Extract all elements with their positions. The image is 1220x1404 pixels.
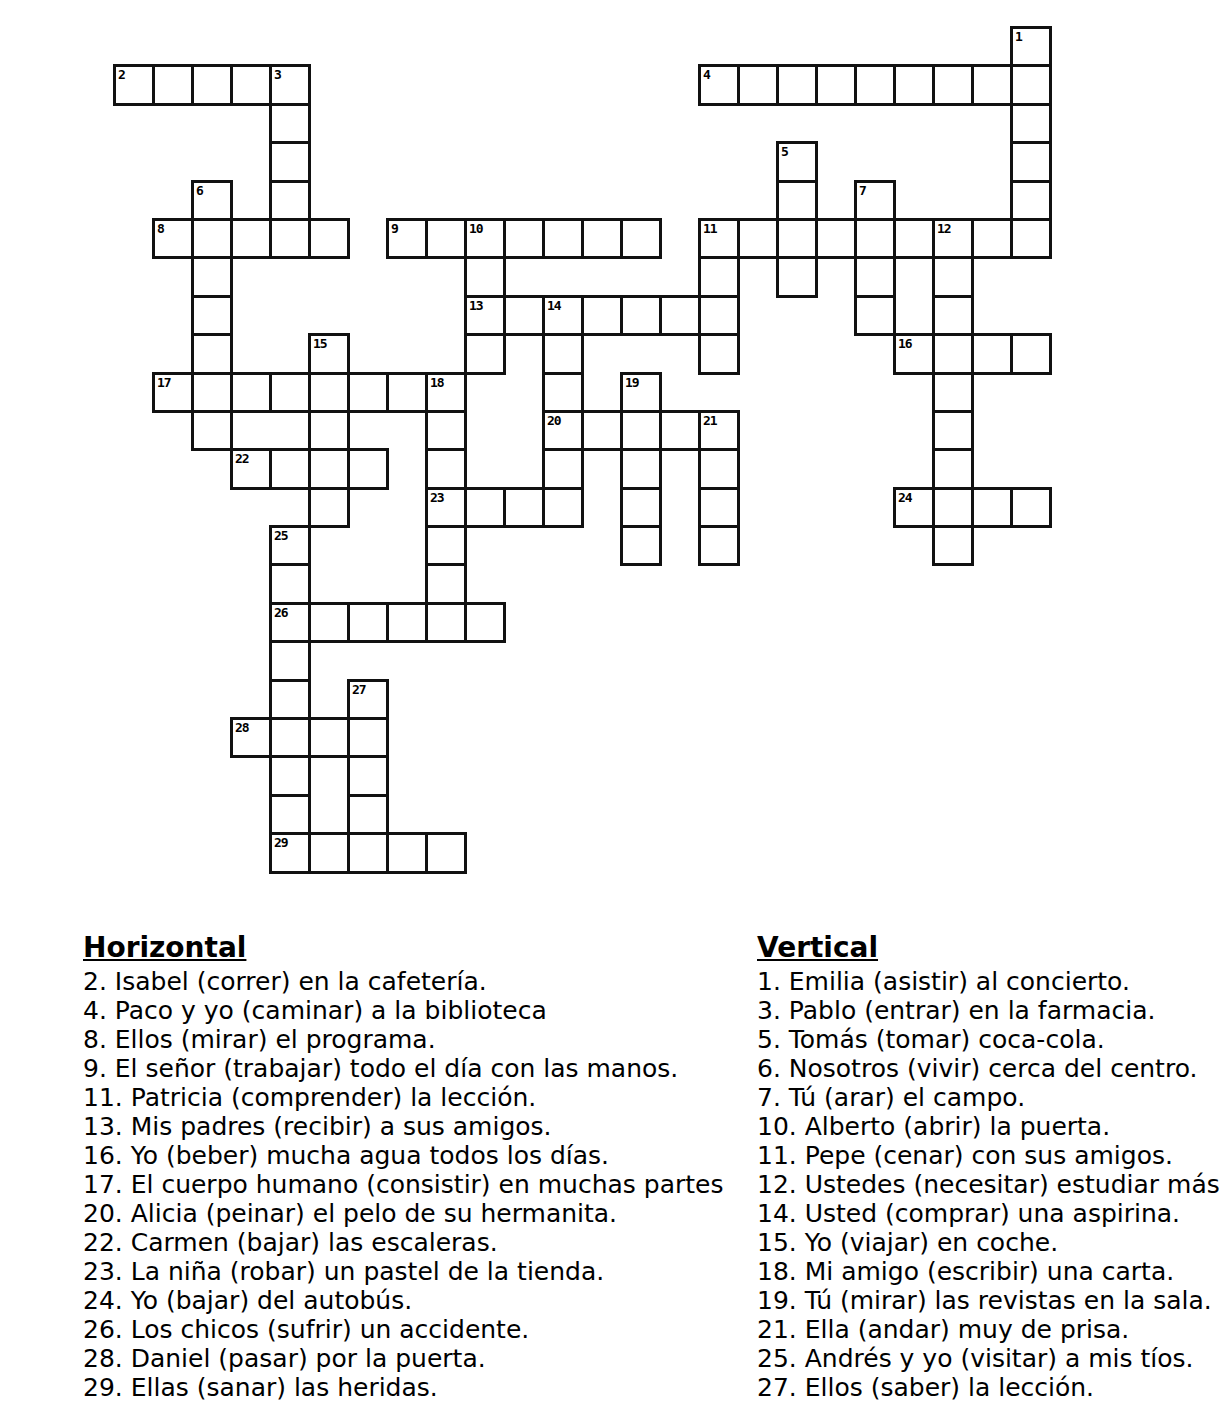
grid-cell[interactable] <box>191 256 233 297</box>
grid-cell[interactable] <box>464 256 506 297</box>
grid-cell[interactable] <box>542 448 584 489</box>
clue-item: 28. Daniel (pasar) por la puerta. <box>83 1344 724 1373</box>
grid-cell[interactable] <box>425 602 467 643</box>
clue-item: 14. Usted (comprar) una aspirina. <box>757 1199 1220 1228</box>
grid-cell[interactable] <box>971 64 1013 105</box>
grid-cell[interactable]: 2 <box>113 64 155 105</box>
grid-cell[interactable] <box>620 525 662 566</box>
grid-cell[interactable] <box>191 64 233 105</box>
clue-item: 22. Carmen (bajar) las escaleras. <box>83 1228 724 1257</box>
grid-cell[interactable] <box>698 448 740 489</box>
crossword-board: 1234567891011121314151617181920212223242… <box>113 26 1049 871</box>
grid-cell[interactable] <box>191 410 233 451</box>
clue-item: 15. Yo (viajar) en coche. <box>757 1228 1220 1257</box>
grid-cell[interactable] <box>854 256 896 297</box>
grid-cell[interactable] <box>347 755 389 796</box>
grid-cell[interactable] <box>269 103 311 144</box>
grid-cell[interactable] <box>269 448 311 489</box>
grid-cell[interactable]: 6 <box>191 180 233 221</box>
grid-cell[interactable] <box>308 448 350 489</box>
grid-cell[interactable] <box>1010 218 1052 259</box>
clue-item: 29. Ellas (sanar) las heridas. <box>83 1373 724 1402</box>
grid-cell[interactable]: 23 <box>425 487 467 528</box>
clue-item: 18. Mi amigo (escribir) una carta. <box>757 1257 1220 1286</box>
clue-number-label: 13 <box>469 298 483 313</box>
grid-cell[interactable] <box>464 487 506 528</box>
grid-cell[interactable]: 12 <box>932 218 974 259</box>
grid-cell[interactable] <box>932 487 974 528</box>
grid-cell[interactable] <box>542 218 584 259</box>
grid-cell[interactable] <box>854 64 896 105</box>
grid-cell[interactable] <box>464 333 506 374</box>
grid-cell[interactable] <box>971 333 1013 374</box>
grid-cell[interactable] <box>932 525 974 566</box>
clue-item: 6. Nosotros (vivir) cerca del centro. <box>757 1054 1220 1083</box>
grid-cell[interactable] <box>269 372 311 413</box>
grid-cell[interactable] <box>893 218 935 259</box>
clue-number-label: 4 <box>703 67 710 82</box>
grid-cell[interactable] <box>386 602 428 643</box>
clue-item: 25. Andrés y yo (visitar) a mis tíos. <box>757 1344 1220 1373</box>
grid-cell[interactable] <box>425 410 467 451</box>
vertical-clues-list: 1. Emilia (asistir) al concierto.3. Pabl… <box>757 967 1220 1402</box>
grid-cell[interactable]: 4 <box>698 64 740 105</box>
grid-cell[interactable]: 21 <box>698 410 740 451</box>
grid-cell[interactable] <box>191 333 233 374</box>
clue-number-label: 26 <box>274 605 288 620</box>
clue-item: 16. Yo (beber) mucha agua todos los días… <box>83 1141 724 1170</box>
grid-cell[interactable]: 11 <box>698 218 740 259</box>
grid-cell[interactable] <box>425 218 467 259</box>
grid-cell[interactable] <box>269 755 311 796</box>
grid-cell[interactable] <box>698 295 740 336</box>
grid-cell[interactable] <box>308 218 350 259</box>
clue-item: 20. Alicia (peinar) el pelo de su herman… <box>83 1199 724 1228</box>
grid-cell[interactable]: 13 <box>464 295 506 336</box>
clue-item: 4. Paco y yo (caminar) a la biblioteca <box>83 996 724 1025</box>
grid-cell[interactable] <box>425 448 467 489</box>
crossword-page: 1234567891011121314151617181920212223242… <box>0 0 1220 1404</box>
grid-cell[interactable] <box>932 256 974 297</box>
grid-cell[interactable] <box>386 372 428 413</box>
grid-cell[interactable] <box>503 218 545 259</box>
clue-item: 11. Patricia (comprender) la lección. <box>83 1083 724 1112</box>
clue-number-label: 21 <box>703 413 717 428</box>
grid-cell[interactable] <box>698 256 740 297</box>
clue-item: 17. El cuerpo humano (consistir) en much… <box>83 1170 724 1199</box>
clues-vertical-column: Vertical 1. Emilia (asistir) al conciert… <box>757 932 1220 1402</box>
clue-item: 2. Isabel (correr) en la cafetería. <box>83 967 724 996</box>
grid-cell[interactable] <box>542 333 584 374</box>
grid-cell[interactable] <box>308 602 350 643</box>
grid-cell[interactable] <box>893 64 935 105</box>
grid-cell[interactable]: 20 <box>542 410 584 451</box>
grid-cell[interactable] <box>620 295 662 336</box>
grid-cell[interactable] <box>854 295 896 336</box>
clue-number-label: 24 <box>898 490 912 505</box>
grid-cell[interactable]: 28 <box>230 717 272 758</box>
grid-cell[interactable] <box>620 487 662 528</box>
clue-number-label: 3 <box>274 67 281 82</box>
grid-cell[interactable]: 14 <box>542 295 584 336</box>
clue-item: 19. Tú (mirar) las revistas en la sala. <box>757 1286 1220 1315</box>
clue-number-label: 27 <box>352 682 366 697</box>
grid-cell[interactable] <box>347 602 389 643</box>
clue-number-label: 20 <box>547 413 561 428</box>
clue-number-label: 14 <box>547 298 561 313</box>
grid-cell[interactable] <box>932 448 974 489</box>
grid-cell[interactable] <box>191 218 233 259</box>
clue-number-label: 8 <box>157 221 164 236</box>
grid-cell[interactable] <box>269 640 311 681</box>
grid-cell[interactable] <box>815 218 857 259</box>
horizontal-clues-header: Horizontal <box>83 932 724 964</box>
grid-cell[interactable]: 19 <box>620 372 662 413</box>
clue-item: 9. El señor (trabajar) todo el día con l… <box>83 1054 724 1083</box>
clue-number-label: 11 <box>703 221 717 236</box>
clue-number-label: 2 <box>118 67 125 82</box>
clue-item: 26. Los chicos (sufrir) un accidente. <box>83 1315 724 1344</box>
grid-cell[interactable] <box>269 679 311 720</box>
grid-cell[interactable] <box>191 295 233 336</box>
clue-item: 8. Ellos (mirar) el programa. <box>83 1025 724 1054</box>
grid-cell[interactable] <box>230 64 272 105</box>
grid-cell[interactable] <box>932 295 974 336</box>
grid-cell[interactable] <box>269 717 311 758</box>
grid-cell[interactable]: 1 <box>1010 26 1052 67</box>
grid-cell[interactable] <box>971 218 1013 259</box>
grid-cell[interactable]: 27 <box>347 679 389 720</box>
grid-cell[interactable]: 3 <box>269 64 311 105</box>
grid-cell[interactable] <box>308 410 350 451</box>
clue-item: 11. Pepe (cenar) con sus amigos. <box>757 1141 1220 1170</box>
grid-cell[interactable] <box>425 563 467 604</box>
grid-cell[interactable] <box>854 218 896 259</box>
clue-item: 1. Emilia (asistir) al concierto. <box>757 967 1220 996</box>
grid-cell[interactable] <box>698 525 740 566</box>
grid-cell[interactable]: 10 <box>464 218 506 259</box>
grid-cell[interactable] <box>464 602 506 643</box>
grid-cell[interactable] <box>737 218 779 259</box>
grid-cell[interactable] <box>191 372 233 413</box>
grid-cell[interactable] <box>581 410 623 451</box>
clue-number-label: 23 <box>430 490 444 505</box>
clue-number-label: 29 <box>274 835 288 850</box>
grid-cell[interactable] <box>776 218 818 259</box>
grid-cell[interactable] <box>308 717 350 758</box>
grid-cell[interactable]: 26 <box>269 602 311 643</box>
clue-item: 13. Mis padres (recibir) a sus amigos. <box>83 1112 724 1141</box>
clue-number-label: 18 <box>430 375 444 390</box>
grid-cell[interactable] <box>230 372 272 413</box>
grid-cell[interactable] <box>269 794 311 835</box>
clues-horizontal-column: Horizontal 2. Isabel (correr) en la cafe… <box>83 932 724 1402</box>
grid-cell[interactable]: 9 <box>386 218 428 259</box>
grid-cell[interactable] <box>1010 141 1052 182</box>
clue-number-label: 25 <box>274 528 288 543</box>
grid-cell[interactable] <box>269 218 311 259</box>
grid-cell[interactable] <box>542 372 584 413</box>
grid-cell[interactable]: 22 <box>230 448 272 489</box>
clue-number-label: 10 <box>469 221 483 236</box>
grid-cell[interactable]: 16 <box>893 333 935 374</box>
grid-cell[interactable]: 25 <box>269 525 311 566</box>
clue-item: 3. Pablo (entrar) en la farmacia. <box>757 996 1220 1025</box>
grid-cell[interactable] <box>503 295 545 336</box>
clue-item: 7. Tú (arar) el campo. <box>757 1083 1220 1112</box>
clue-item: 12. Ustedes (necesitar) estudiar más. <box>757 1170 1220 1199</box>
grid-cell[interactable]: 29 <box>269 832 311 873</box>
grid-cell[interactable] <box>776 256 818 297</box>
grid-cell[interactable] <box>815 64 857 105</box>
clue-item: 21. Ella (andar) muy de prisa. <box>757 1315 1220 1344</box>
grid-cell[interactable] <box>386 832 428 873</box>
grid-cell[interactable] <box>269 563 311 604</box>
horizontal-clues-list: 2. Isabel (correr) en la cafetería.4. Pa… <box>83 967 724 1402</box>
grid-cell[interactable] <box>1010 64 1052 105</box>
grid-cell[interactable] <box>347 794 389 835</box>
clue-item: 5. Tomás (tomar) coca-cola. <box>757 1025 1220 1054</box>
grid-cell[interactable] <box>620 448 662 489</box>
grid-cell[interactable] <box>347 717 389 758</box>
grid-cell[interactable] <box>932 333 974 374</box>
grid-cell[interactable]: 8 <box>152 218 194 259</box>
grid-cell[interactable] <box>1010 333 1052 374</box>
grid-cell[interactable] <box>932 372 974 413</box>
clue-number-label: 17 <box>157 375 171 390</box>
grid-cell[interactable]: 5 <box>776 141 818 182</box>
grid-cell[interactable]: 24 <box>893 487 935 528</box>
grid-cell[interactable] <box>581 218 623 259</box>
grid-cell[interactable] <box>776 64 818 105</box>
grid-cell[interactable] <box>737 64 779 105</box>
grid-cell[interactable] <box>542 487 584 528</box>
clue-number-label: 7 <box>859 183 866 198</box>
vertical-clues-header: Vertical <box>757 932 1220 964</box>
grid-cell[interactable] <box>1010 487 1052 528</box>
grid-cell[interactable] <box>347 832 389 873</box>
grid-cell[interactable] <box>698 333 740 374</box>
grid-cell[interactable] <box>971 487 1013 528</box>
clue-item: 10. Alberto (abrir) la puerta. <box>757 1112 1220 1141</box>
clue-number-label: 9 <box>391 221 398 236</box>
grid-cell[interactable] <box>581 295 623 336</box>
grid-cell[interactable]: 18 <box>425 372 467 413</box>
clue-number-label: 12 <box>937 221 951 236</box>
grid-cell[interactable] <box>425 525 467 566</box>
grid-cell[interactable] <box>932 64 974 105</box>
grid-cell[interactable]: 17 <box>152 372 194 413</box>
grid-cell[interactable] <box>659 295 701 336</box>
grid-cell[interactable] <box>347 448 389 489</box>
grid-cell[interactable] <box>308 372 350 413</box>
grid-cell[interactable]: 7 <box>854 180 896 221</box>
grid-cell[interactable] <box>620 410 662 451</box>
grid-cell[interactable] <box>503 487 545 528</box>
clue-number-label: 16 <box>898 336 912 351</box>
clue-item: 23. La niña (robar) un pastel de la tien… <box>83 1257 724 1286</box>
clue-number-label: 1 <box>1015 29 1022 44</box>
clue-number-label: 22 <box>235 451 249 466</box>
grid-cell[interactable] <box>152 64 194 105</box>
grid-cell[interactable] <box>425 832 467 873</box>
grid-cell[interactable] <box>776 180 818 221</box>
grid-cell[interactable] <box>347 372 389 413</box>
clue-number-label: 6 <box>196 183 203 198</box>
clue-item: 24. Yo (bajar) del autobús. <box>83 1286 724 1315</box>
grid-cell[interactable] <box>659 410 701 451</box>
grid-cell[interactable] <box>620 218 662 259</box>
grid-cell[interactable] <box>308 832 350 873</box>
clue-item: 27. Ellos (saber) la lección. <box>757 1373 1220 1402</box>
clue-number-label: 28 <box>235 720 249 735</box>
grid-cell[interactable]: 15 <box>308 333 350 374</box>
grid-cell[interactable] <box>308 487 350 528</box>
grid-cell[interactable] <box>698 487 740 528</box>
grid-cell[interactable] <box>230 218 272 259</box>
clue-number-label: 5 <box>781 144 788 159</box>
grid-cell[interactable] <box>932 410 974 451</box>
grid-cell[interactable] <box>1010 103 1052 144</box>
grid-cell[interactable] <box>269 180 311 221</box>
clue-number-label: 15 <box>313 336 327 351</box>
clue-number-label: 19 <box>625 375 639 390</box>
grid-cell[interactable] <box>269 141 311 182</box>
grid-cell[interactable] <box>1010 180 1052 221</box>
